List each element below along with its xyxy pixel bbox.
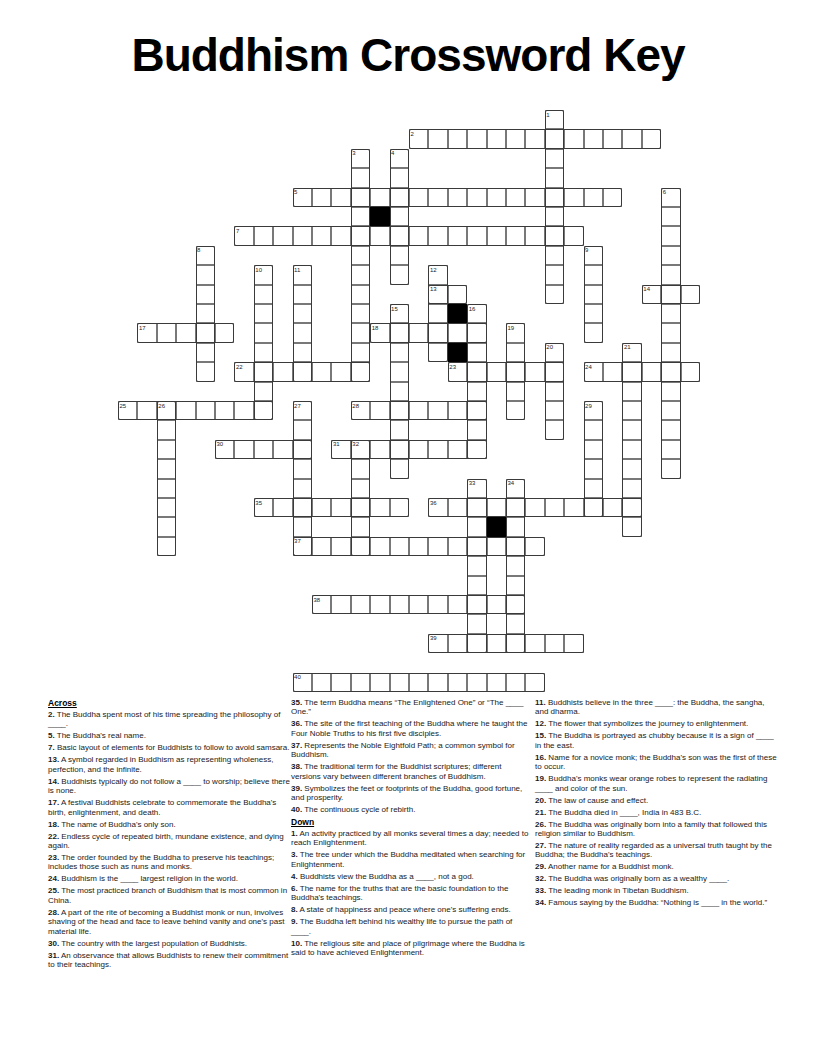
grid-cell[interactable] [584,304,603,323]
grid-cell[interactable] [157,459,176,478]
grid-cell[interactable] [467,362,486,381]
grid-cell[interactable] [390,498,409,517]
grid-cell[interactable] [642,285,661,304]
grid-cell[interactable] [312,673,331,692]
grid-cell[interactable] [622,362,641,381]
grid-cell[interactable] [661,440,680,459]
grid-cell[interactable] [390,343,409,362]
grid-cell[interactable] [137,323,156,342]
grid-cell[interactable] [409,323,428,342]
grid-cell[interactable] [467,188,486,207]
grid-cell[interactable] [584,323,603,342]
grid-cell[interactable] [681,285,700,304]
grid-cell[interactable] [370,188,389,207]
grid-cell[interactable] [390,420,409,439]
grid-cell[interactable] [487,188,506,207]
grid-cell[interactable] [506,401,525,420]
grid-cell[interactable] [428,343,447,362]
grid-cell[interactable] [584,479,603,498]
grid-cell[interactable] [293,517,312,536]
grid-cell[interactable] [293,420,312,439]
grid-cell[interactable] [661,188,680,207]
grid-cell[interactable] [312,188,331,207]
grid-cell[interactable] [525,673,544,692]
grid-cell[interactable] [196,323,215,342]
grid-cell[interactable] [351,479,370,498]
grid-cell[interactable] [622,459,641,478]
grid-cell[interactable] [661,304,680,323]
grid-cell[interactable] [351,168,370,187]
grid-cell[interactable] [506,634,525,653]
grid-cell[interactable] [661,362,680,381]
grid-cell[interactable] [351,440,370,459]
grid-cell[interactable] [506,188,525,207]
grid-cell[interactable] [661,343,680,362]
grid-cell[interactable] [331,595,350,614]
grid-cell[interactable] [370,226,389,245]
grid-cell[interactable] [293,459,312,478]
grid-cell[interactable] [564,498,583,517]
grid-cell[interactable] [487,362,506,381]
grid-cell[interactable] [661,246,680,265]
grid-cell[interactable] [409,595,428,614]
grid-cell[interactable] [545,246,564,265]
grid-cell[interactable] [428,323,447,342]
grid-cell[interactable] [525,362,544,381]
grid-cell[interactable] [370,323,389,342]
clue-item: 8. A state of happiness and peace where … [291,905,533,914]
grid-cell[interactable] [467,226,486,245]
grid-cell[interactable] [293,362,312,381]
grid-cell[interactable] [603,362,622,381]
grid-cell[interactable] [545,343,564,362]
grid-cell[interactable] [545,188,564,207]
grid-cell[interactable] [312,498,331,517]
grid-cell[interactable] [564,634,583,653]
grid-cell[interactable] [351,498,370,517]
grid-cell[interactable] [467,323,486,342]
grid-cell[interactable] [448,188,467,207]
grid-cell[interactable] [293,323,312,342]
grid-cell[interactable] [312,537,331,556]
grid-cell[interactable] [234,440,253,459]
grid-cell[interactable] [234,401,253,420]
grid-cell[interactable] [409,188,428,207]
grid-cell[interactable] [370,498,389,517]
grid-cell[interactable] [390,382,409,401]
grid-cell[interactable] [584,440,603,459]
grid-cell[interactable] [351,595,370,614]
grid-cell[interactable] [506,517,525,536]
grid-cell[interactable] [506,362,525,381]
grid-cell[interactable] [390,440,409,459]
grid-cell[interactable] [564,188,583,207]
grid-cell[interactable] [370,595,389,614]
grid-cell[interactable] [390,459,409,478]
grid-cell[interactable] [215,440,234,459]
grid-cell[interactable] [428,226,447,245]
grid-cell[interactable] [525,129,544,148]
grid-cell[interactable] [467,440,486,459]
grid-cell[interactable] [254,440,273,459]
grid-cell[interactable] [467,420,486,439]
grid-cell[interactable] [428,673,447,692]
grid-cell[interactable] [157,401,176,420]
grid-cell[interactable] [603,129,622,148]
grid-cell[interactable] [506,129,525,148]
grid-cell[interactable] [661,323,680,342]
grid-cell[interactable] [351,517,370,536]
grid-cell[interactable] [351,207,370,226]
grid-cell[interactable] [661,420,680,439]
grid-cell[interactable] [467,129,486,148]
grid-cell[interactable] [584,498,603,517]
grid-cell[interactable] [293,537,312,556]
grid-cell[interactable] [254,226,273,245]
grid-cell[interactable] [487,595,506,614]
grid-cell[interactable] [409,673,428,692]
grid-cell[interactable] [467,517,486,536]
grid-cell[interactable] [487,634,506,653]
grid-cell[interactable] [622,401,641,420]
grid-cell[interactable] [390,323,409,342]
grid-cell[interactable] [584,129,603,148]
grid-cell[interactable] [351,246,370,265]
grid-cell[interactable] [448,634,467,653]
grid-cell[interactable] [661,265,680,284]
grid-cell[interactable] [331,188,350,207]
grid-cell[interactable] [622,440,641,459]
grid-cell[interactable] [196,246,215,265]
grid-cell[interactable] [157,323,176,342]
grid-cell[interactable] [293,479,312,498]
grid-cell[interactable] [467,498,486,517]
grid-cell[interactable] [176,323,195,342]
grid-cell[interactable] [545,129,564,148]
grid-cell[interactable] [545,401,564,420]
grid-cell[interactable] [545,634,564,653]
grid-cell[interactable] [525,634,544,653]
grid-cell[interactable] [390,168,409,187]
grid-cell[interactable] [331,498,350,517]
clue-item: 36. The site of the first teaching of th… [291,719,533,738]
grid-cell[interactable] [467,382,486,401]
grid-cell[interactable] [409,129,428,148]
grid-cell[interactable] [467,401,486,420]
grid-cell[interactable] [196,285,215,304]
grid-cell[interactable] [312,226,331,245]
grid-cell[interactable] [622,343,641,362]
grid-cell[interactable] [622,129,641,148]
grid-cell[interactable] [351,673,370,692]
grid-cell[interactable] [545,362,564,381]
grid-cell[interactable] [564,129,583,148]
grid-cell[interactable] [331,362,350,381]
grid-cell[interactable] [351,401,370,420]
grid-cell[interactable] [545,265,564,284]
grid-cell[interactable] [428,595,447,614]
grid-cell[interactable] [506,673,525,692]
grid-cell[interactable] [351,343,370,362]
grid-cell[interactable] [351,149,370,168]
grid-cell[interactable] [351,226,370,245]
grid-cell[interactable] [584,420,603,439]
grid-cell[interactable] [351,537,370,556]
grid-cell[interactable] [545,168,564,187]
grid-cell[interactable] [273,440,292,459]
grid-cell[interactable] [196,362,215,381]
grid-cell[interactable] [428,634,447,653]
grid-cell[interactable] [506,614,525,633]
grid-cell[interactable] [448,401,467,420]
grid-cell[interactable] [254,362,273,381]
grid-cell[interactable] [351,265,370,284]
grid-cell[interactable] [428,285,447,304]
grid-cell[interactable] [467,556,486,575]
grid-cell[interactable] [622,517,641,536]
grid-cell[interactable] [487,673,506,692]
grid-cell[interactable] [448,498,467,517]
grid-cell[interactable] [642,362,661,381]
grid-cell[interactable] [157,498,176,517]
grid-cell[interactable] [370,673,389,692]
grid-cell[interactable] [661,401,680,420]
grid-cell[interactable] [409,401,428,420]
grid-cell[interactable] [487,498,506,517]
grid-cell[interactable] [622,420,641,439]
grid-cell[interactable] [622,382,641,401]
grid-cell[interactable] [331,673,350,692]
grid-cell[interactable] [254,285,273,304]
grid-cell[interactable] [506,382,525,401]
grid-cell[interactable] [584,459,603,478]
grid-cell[interactable] [506,343,525,362]
grid-cell[interactable] [312,362,331,381]
grid-cell[interactable] [196,343,215,362]
grid-cell[interactable] [448,440,467,459]
grid-cell[interactable] [428,129,447,148]
grid-cell[interactable] [254,323,273,342]
grid-cell[interactable] [390,265,409,284]
grid-cell[interactable] [661,459,680,478]
grid-cell[interactable] [390,304,409,323]
grid-cell[interactable] [661,382,680,401]
black-square [487,517,506,536]
grid-cell[interactable] [293,285,312,304]
grid-cell[interactable] [681,362,700,381]
grid-cell[interactable] [584,285,603,304]
grid-cell[interactable] [661,226,680,245]
grid-cell[interactable] [254,265,273,284]
grid-cell[interactable] [157,420,176,439]
grid-cell[interactable] [390,207,409,226]
grid-cell[interactable] [157,479,176,498]
grid-cell[interactable] [390,595,409,614]
grid-cell[interactable] [525,537,544,556]
grid-cell[interactable] [215,323,234,342]
grid-cell[interactable] [176,401,195,420]
grid-cell[interactable] [428,265,447,284]
grid-cell[interactable] [428,188,447,207]
grid-cell[interactable] [351,304,370,323]
grid-cell[interactable] [545,226,564,245]
clue-item: 6. The name for the truths that are the … [291,884,533,903]
grid-cell[interactable] [584,265,603,284]
grid-cell[interactable] [545,285,564,304]
grid-cell[interactable] [506,226,525,245]
grid-cell[interactable] [293,343,312,362]
grid-cell[interactable] [467,304,486,323]
grid-cell[interactable] [545,382,564,401]
grid-cell[interactable] [506,576,525,595]
grid-cell[interactable] [370,537,389,556]
grid-cell[interactable] [331,537,350,556]
grid-cell[interactable] [622,498,641,517]
grid-cell[interactable] [254,304,273,323]
grid-cell[interactable] [390,188,409,207]
grid-cell[interactable] [273,362,292,381]
grid-cell[interactable] [428,440,447,459]
grid-cell[interactable] [584,401,603,420]
grid-cell[interactable] [234,362,253,381]
grid-cell[interactable] [603,188,622,207]
grid-cell[interactable] [390,673,409,692]
grid-cell[interactable] [409,440,428,459]
grid-cell[interactable] [584,246,603,265]
grid-cell[interactable] [331,440,350,459]
grid-cell[interactable] [254,382,273,401]
grid-cell[interactable] [118,401,137,420]
grid-cell[interactable] [448,323,467,342]
grid-cell[interactable] [390,226,409,245]
grid-cell[interactable] [234,226,253,245]
grid-cell[interactable] [467,595,486,614]
grid-cell[interactable] [584,362,603,381]
grid-cell[interactable] [409,537,428,556]
grid-cell[interactable] [273,498,292,517]
crossword-grid: 1234567891011121314151617181920212223242… [118,110,701,693]
grid-cell[interactable] [467,343,486,362]
grid-cell[interactable] [312,595,331,614]
grid-cell[interactable] [293,498,312,517]
grid-cell[interactable] [448,595,467,614]
grid-cell[interactable] [448,226,467,245]
grid-cell[interactable] [467,537,486,556]
grid-cell[interactable] [448,537,467,556]
grid-cell[interactable] [545,110,564,129]
grid-cell[interactable] [487,226,506,245]
grid-cell[interactable] [487,129,506,148]
grid-cell[interactable] [351,459,370,478]
grid-cell[interactable] [448,285,467,304]
grid-cell[interactable] [506,479,525,498]
grid-cell[interactable] [467,673,486,692]
grid-cell[interactable] [642,129,661,148]
grid-cell[interactable] [293,440,312,459]
grid-cell[interactable] [506,556,525,575]
grid-cell[interactable] [390,246,409,265]
grid-cell[interactable] [293,188,312,207]
grid-cell[interactable] [409,226,428,245]
grid-cell[interactable] [273,226,292,245]
grid-cell[interactable] [137,401,156,420]
grid-cell[interactable] [390,401,409,420]
grid-cell[interactable] [525,188,544,207]
grid-cell[interactable] [622,479,641,498]
grid-cell[interactable] [254,498,273,517]
grid-cell[interactable] [545,420,564,439]
grid-cell[interactable] [525,498,544,517]
grid-cell[interactable] [603,498,622,517]
grid-cell[interactable] [293,265,312,284]
grid-cell[interactable] [448,673,467,692]
across-clues-part1: 2. The Buddha spent most of his time spr… [48,710,290,969]
grid-cell[interactable] [351,323,370,342]
grid-cell[interactable] [428,537,447,556]
grid-cell[interactable] [506,323,525,342]
grid-cell[interactable] [467,479,486,498]
grid-cell[interactable] [351,285,370,304]
grid-cell[interactable] [506,537,525,556]
grid-cell[interactable] [254,401,273,420]
grid-cell[interactable] [448,362,467,381]
grid-cell[interactable] [467,634,486,653]
grid-cell[interactable] [661,207,680,226]
grid-cell[interactable] [467,576,486,595]
grid-cell[interactable] [331,226,350,245]
grid-cell[interactable] [661,285,680,304]
grid-cell[interactable] [293,401,312,420]
grid-cell[interactable] [545,149,564,168]
grid-cell[interactable] [351,362,370,381]
grid-cell[interactable] [293,673,312,692]
grid-cell[interactable] [390,537,409,556]
grid-cell[interactable] [545,498,564,517]
grid-cell[interactable] [390,362,409,381]
clue-item: 20. The law of cause and effect. [535,796,777,805]
grid-cell[interactable] [293,226,312,245]
grid-cell[interactable] [370,401,389,420]
grid-cell[interactable] [254,343,273,362]
grid-cell[interactable] [564,226,583,245]
grid-cell[interactable] [428,498,447,517]
grid-cell[interactable] [467,614,486,633]
grid-cell[interactable] [506,595,525,614]
grid-cell[interactable] [584,188,603,207]
grid-cell[interactable] [506,498,525,517]
clue-item: 4. Buddhists view the Buddha as a ____, … [291,872,533,881]
page: Buddhism Crossword Key 12345678910111213… [0,0,816,1056]
grid-cell[interactable] [196,401,215,420]
grid-cell[interactable] [157,537,176,556]
grid-cell[interactable] [428,304,447,323]
grid-cell[interactable] [351,188,370,207]
grid-cell[interactable] [545,207,564,226]
grid-cell[interactable] [157,440,176,459]
grid-cell[interactable] [293,304,312,323]
grid-cell[interactable] [448,129,467,148]
grid-cell[interactable] [196,304,215,323]
grid-cell[interactable] [370,440,389,459]
grid-cell[interactable] [487,537,506,556]
grid-cell[interactable] [525,226,544,245]
grid-cell[interactable] [196,265,215,284]
grid-cell[interactable] [390,149,409,168]
grid-cell[interactable] [428,401,447,420]
clue-item: 22. Endless cycle of repeated birth, mun… [48,832,290,851]
grid-cell[interactable] [157,517,176,536]
grid-cell[interactable] [215,401,234,420]
